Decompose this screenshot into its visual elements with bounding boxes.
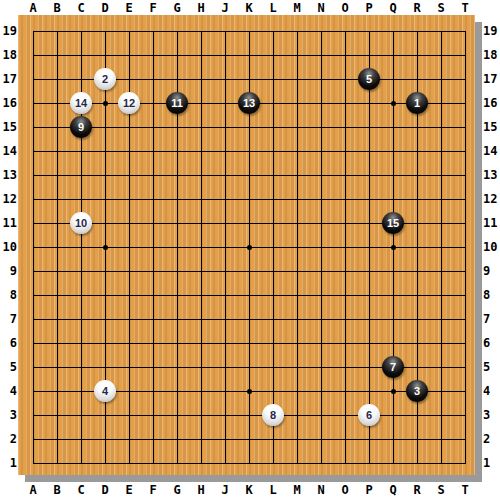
column-label: A (21, 1, 45, 15)
row-label: 12 (0, 192, 17, 206)
row-label: 18 (0, 48, 17, 62)
row-label: 15 (0, 120, 17, 134)
stone-black[interactable]: 11 (166, 92, 188, 114)
grid-vline (273, 31, 274, 464)
row-label: 9 (483, 264, 500, 278)
star-point (391, 101, 396, 106)
column-label: O (333, 1, 357, 15)
column-label: P (357, 1, 381, 15)
row-label: 4 (483, 384, 500, 398)
star-point (103, 101, 108, 106)
column-label: K (237, 483, 261, 497)
stone-black[interactable]: 3 (406, 380, 428, 402)
stone-move-number: 5 (366, 74, 372, 85)
row-label: 16 (0, 96, 17, 110)
column-label: A (21, 483, 45, 497)
stone-move-number: 4 (102, 386, 108, 397)
column-label: N (309, 483, 333, 497)
stone-white[interactable]: 6 (358, 404, 380, 426)
column-label: G (165, 483, 189, 497)
row-label: 1 (483, 456, 500, 470)
stone-move-number: 2 (102, 74, 108, 85)
stone-white[interactable]: 4 (94, 380, 116, 402)
grid-hline (33, 463, 466, 464)
stone-move-number: 3 (414, 386, 420, 397)
stone-black[interactable]: 7 (382, 356, 404, 378)
row-label: 7 (483, 312, 500, 326)
grid-vline (441, 31, 442, 464)
grid-hline (33, 319, 466, 320)
row-label: 14 (0, 144, 17, 158)
star-point (247, 389, 252, 394)
column-label: F (141, 483, 165, 497)
stone-move-number: 7 (390, 362, 396, 373)
stone-move-number: 9 (78, 122, 84, 133)
row-label: 4 (0, 384, 17, 398)
row-label: 6 (0, 336, 17, 350)
stone-white[interactable]: 14 (70, 92, 92, 114)
column-label: E (117, 1, 141, 15)
stone-white[interactable]: 2 (94, 68, 116, 90)
row-label: 17 (0, 72, 17, 86)
grid-vline (369, 31, 370, 464)
column-label: T (453, 483, 477, 497)
stone-white[interactable]: 12 (118, 92, 140, 114)
stone-black[interactable]: 1 (406, 92, 428, 114)
stone-move-number: 1 (414, 98, 420, 109)
column-label: F (141, 1, 165, 15)
column-label: M (285, 1, 309, 15)
column-label: H (189, 483, 213, 497)
stone-black[interactable]: 5 (358, 68, 380, 90)
column-label: C (69, 1, 93, 15)
row-label: 11 (483, 216, 500, 230)
stone-move-number: 13 (243, 98, 255, 109)
column-label: D (93, 1, 117, 15)
row-label: 8 (0, 288, 17, 302)
column-label: S (429, 1, 453, 15)
row-label: 19 (0, 24, 17, 38)
row-label: 10 (0, 240, 17, 254)
column-label: B (45, 1, 69, 15)
row-label: 2 (483, 432, 500, 446)
column-label: C (69, 483, 93, 497)
column-label: D (93, 483, 117, 497)
stone-black[interactable]: 13 (238, 92, 260, 114)
row-label: 3 (483, 408, 500, 422)
row-label: 10 (483, 240, 500, 254)
column-label: R (405, 1, 429, 15)
star-point (247, 245, 252, 250)
column-label: M (285, 483, 309, 497)
grid-hline (33, 439, 466, 440)
column-label: G (165, 1, 189, 15)
row-label: 13 (483, 168, 500, 182)
column-label: L (261, 483, 285, 497)
column-label: P (357, 483, 381, 497)
go-diagram: ABCDEFGHJKLMNOPQRST ABCDEFGHJKLMNOPQRST … (0, 0, 500, 500)
row-label: 5 (0, 360, 17, 374)
column-label: J (213, 483, 237, 497)
star-point (391, 245, 396, 250)
row-label: 18 (483, 48, 500, 62)
row-label: 2 (0, 432, 17, 446)
column-label: T (453, 1, 477, 15)
row-label: 14 (483, 144, 500, 158)
column-label: B (45, 483, 69, 497)
column-label: J (213, 1, 237, 15)
row-label: 9 (0, 264, 17, 278)
stone-move-number: 6 (366, 410, 372, 421)
row-label: 1 (0, 456, 17, 470)
grid-hline (33, 295, 466, 296)
row-label: 19 (483, 24, 500, 38)
grid-hline (33, 343, 466, 344)
grid-vline (345, 31, 346, 464)
stone-move-number: 11 (171, 98, 183, 109)
grid-vline (465, 31, 466, 464)
grid-hline (33, 271, 466, 272)
column-label: E (117, 483, 141, 497)
column-label: S (429, 483, 453, 497)
row-label: 8 (483, 288, 500, 302)
stone-move-number: 8 (270, 410, 276, 421)
row-label: 13 (0, 168, 17, 182)
row-label: 6 (483, 336, 500, 350)
stone-black[interactable]: 15 (382, 212, 404, 234)
row-label: 11 (0, 216, 17, 230)
stone-move-number: 10 (75, 218, 87, 229)
column-label: R (405, 483, 429, 497)
grid-vline (321, 31, 322, 464)
star-point (103, 245, 108, 250)
column-label: L (261, 1, 285, 15)
row-label: 16 (483, 96, 500, 110)
row-label: 5 (483, 360, 500, 374)
stone-move-number: 12 (123, 98, 135, 109)
stone-black[interactable]: 9 (70, 116, 92, 138)
grid-hline (33, 415, 466, 416)
stone-white[interactable]: 8 (262, 404, 284, 426)
grid-vline (297, 31, 298, 464)
row-label: 7 (0, 312, 17, 326)
column-label: O (333, 483, 357, 497)
stone-move-number: 14 (75, 98, 87, 109)
column-label: H (189, 1, 213, 15)
row-label: 17 (483, 72, 500, 86)
column-label: N (309, 1, 333, 15)
row-label: 12 (483, 192, 500, 206)
row-label: 15 (483, 120, 500, 134)
column-label: K (237, 1, 261, 15)
row-label: 3 (0, 408, 17, 422)
column-label: Q (381, 483, 405, 497)
star-point (391, 389, 396, 394)
stone-move-number: 15 (387, 218, 399, 229)
stone-white[interactable]: 10 (70, 212, 92, 234)
column-label: Q (381, 1, 405, 15)
